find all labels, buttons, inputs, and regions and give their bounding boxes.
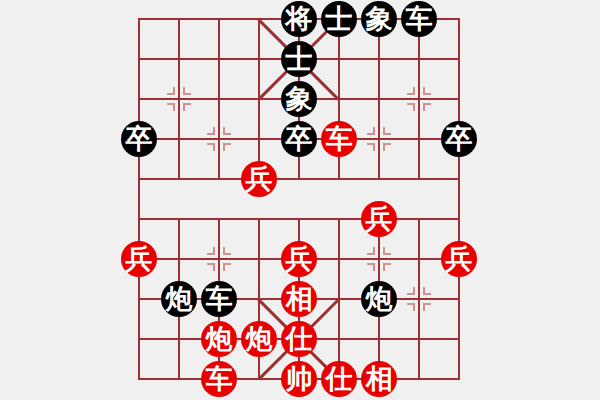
piece-red-soldier[interactable]: 兵 bbox=[281, 241, 317, 277]
star-point-marker bbox=[207, 127, 215, 135]
star-point-marker bbox=[183, 103, 191, 111]
grid-line-vertical bbox=[418, 18, 421, 181]
grid-line-vertical bbox=[458, 18, 461, 381]
piece-red-advisor[interactable]: 仕 bbox=[321, 361, 357, 397]
star-point-marker bbox=[407, 87, 415, 95]
star-point-marker bbox=[167, 103, 175, 111]
star-point-marker bbox=[407, 303, 415, 311]
star-point-marker bbox=[407, 103, 415, 111]
piece-black-advisor[interactable]: 士 bbox=[321, 1, 357, 37]
piece-black-chariot[interactable]: 车 bbox=[401, 1, 437, 37]
piece-red-advisor[interactable]: 仕 bbox=[281, 321, 317, 357]
piece-red-elephant[interactable]: 相 bbox=[281, 281, 317, 317]
star-point-marker bbox=[423, 87, 431, 95]
star-point-marker bbox=[223, 143, 231, 151]
xiangqi-board[interactable]: 将士象车士象卒卒车卒兵兵兵兵兵炮车相炮炮炮仕车帅仕相 bbox=[0, 0, 600, 400]
star-point-marker bbox=[383, 127, 391, 135]
grid-line-vertical bbox=[138, 18, 141, 381]
star-point-marker bbox=[407, 287, 415, 295]
star-point-marker bbox=[223, 247, 231, 255]
star-point-marker bbox=[367, 263, 375, 271]
piece-black-soldier[interactable]: 卒 bbox=[121, 121, 157, 157]
star-point-marker bbox=[223, 263, 231, 271]
piece-red-general[interactable]: 帅 bbox=[281, 361, 317, 397]
star-point-marker bbox=[367, 143, 375, 151]
star-point-marker bbox=[207, 247, 215, 255]
piece-black-chariot[interactable]: 车 bbox=[201, 281, 237, 317]
piece-black-general[interactable]: 将 bbox=[281, 1, 317, 37]
grid-line-vertical bbox=[178, 18, 181, 181]
star-point-marker bbox=[367, 247, 375, 255]
piece-black-cannon[interactable]: 炮 bbox=[161, 281, 197, 317]
grid-line-vertical bbox=[378, 18, 381, 181]
piece-red-chariot[interactable]: 车 bbox=[321, 121, 357, 157]
piece-black-advisor[interactable]: 士 bbox=[281, 41, 317, 77]
star-point-marker bbox=[167, 87, 175, 95]
grid-line-vertical bbox=[218, 18, 221, 181]
piece-black-soldier[interactable]: 卒 bbox=[441, 121, 477, 157]
piece-red-cannon[interactable]: 炮 bbox=[241, 321, 277, 357]
piece-red-soldier[interactable]: 兵 bbox=[441, 241, 477, 277]
star-point-marker bbox=[207, 263, 215, 271]
piece-black-soldier[interactable]: 卒 bbox=[281, 121, 317, 157]
star-point-marker bbox=[383, 247, 391, 255]
grid-line-vertical bbox=[418, 218, 421, 381]
piece-black-elephant[interactable]: 象 bbox=[361, 1, 397, 37]
star-point-marker bbox=[223, 127, 231, 135]
star-point-marker bbox=[183, 87, 191, 95]
piece-red-cannon[interactable]: 炮 bbox=[201, 321, 237, 357]
star-point-marker bbox=[423, 287, 431, 295]
piece-black-cannon[interactable]: 炮 bbox=[361, 281, 397, 317]
piece-red-chariot[interactable]: 车 bbox=[201, 361, 237, 397]
star-point-marker bbox=[383, 143, 391, 151]
star-point-marker bbox=[423, 103, 431, 111]
piece-red-elephant[interactable]: 相 bbox=[361, 361, 397, 397]
piece-black-elephant[interactable]: 象 bbox=[281, 81, 317, 117]
piece-red-soldier[interactable]: 兵 bbox=[241, 161, 277, 197]
star-point-marker bbox=[423, 303, 431, 311]
xiangqi-app: 将士象车士象卒卒车卒兵兵兵兵兵炮车相炮炮炮仕车帅仕相 bbox=[0, 0, 600, 400]
star-point-marker bbox=[383, 263, 391, 271]
star-point-marker bbox=[367, 127, 375, 135]
piece-red-soldier[interactable]: 兵 bbox=[361, 201, 397, 237]
star-point-marker bbox=[207, 143, 215, 151]
piece-red-soldier[interactable]: 兵 bbox=[121, 241, 157, 277]
